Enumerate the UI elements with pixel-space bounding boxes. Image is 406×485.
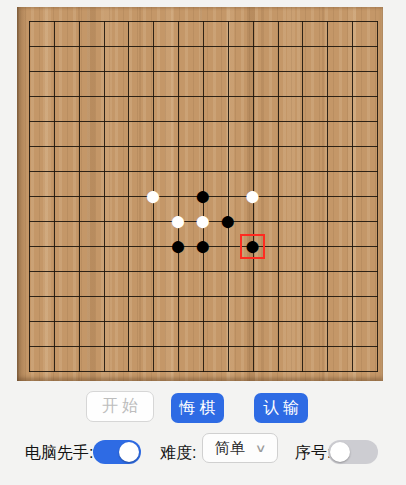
board-cell[interactable] (191, 9, 216, 34)
board-cell[interactable] (166, 284, 191, 309)
board-cell[interactable] (166, 109, 191, 134)
board-cell[interactable] (41, 59, 66, 84)
board-cell[interactable] (240, 9, 265, 34)
board-cell[interactable] (340, 209, 365, 234)
board-cell[interactable] (66, 284, 91, 309)
board-cell[interactable] (17, 209, 41, 234)
board-cell[interactable] (66, 134, 91, 159)
board-cell[interactable] (41, 259, 66, 284)
board-cell[interactable] (91, 109, 116, 134)
board-cell[interactable] (340, 159, 365, 184)
board-cell[interactable] (91, 84, 116, 109)
board-cell[interactable] (215, 234, 240, 259)
board-cell[interactable] (91, 184, 116, 209)
board-cell[interactable] (41, 309, 66, 334)
board-cell[interactable] (141, 234, 166, 259)
board-cell[interactable] (315, 109, 340, 134)
board-cell[interactable]: ● (166, 234, 191, 259)
board-cell[interactable] (17, 34, 41, 59)
board-cell[interactable] (315, 159, 340, 184)
board-cell[interactable] (41, 84, 66, 109)
board-cell[interactable] (365, 234, 383, 259)
board-cell[interactable] (240, 309, 265, 334)
board-cell[interactable] (141, 259, 166, 284)
move-numbers-label: 序号: (295, 443, 331, 464)
board-cell[interactable] (116, 259, 141, 284)
board-cell[interactable] (66, 84, 91, 109)
board-cell[interactable] (17, 134, 41, 159)
board-cell[interactable] (315, 359, 340, 382)
board-cell[interactable] (265, 334, 290, 359)
board-cell[interactable] (191, 34, 216, 59)
board-cell[interactable] (116, 209, 141, 234)
board-cell[interactable] (116, 234, 141, 259)
board-cell[interactable] (17, 334, 41, 359)
board-cell[interactable] (340, 84, 365, 109)
board-cell[interactable] (116, 184, 141, 209)
board-cell[interactable]: ● (191, 234, 216, 259)
board-cell[interactable]: ● (240, 234, 265, 259)
board-cell[interactable] (166, 34, 191, 59)
board-cell[interactable] (191, 109, 216, 134)
black-stone: ● (195, 232, 212, 260)
board-cell[interactable] (17, 184, 41, 209)
toggle-knob (330, 442, 350, 462)
board-cell[interactable] (365, 59, 383, 84)
board-cell[interactable] (315, 209, 340, 234)
board-cell[interactable] (91, 134, 116, 159)
board-cell[interactable] (41, 284, 66, 309)
board-cell[interactable] (166, 334, 191, 359)
board-cell[interactable] (315, 284, 340, 309)
board-cell[interactable] (17, 9, 41, 34)
board-cell[interactable] (116, 109, 141, 134)
board-cell[interactable] (17, 109, 41, 134)
board-cell[interactable] (66, 59, 91, 84)
board-cell[interactable] (340, 184, 365, 209)
board-cell[interactable] (17, 284, 41, 309)
resign-button[interactable]: 认输 (254, 393, 308, 423)
board-cell[interactable] (141, 9, 166, 34)
board-cell[interactable] (215, 259, 240, 284)
board-cell[interactable] (141, 34, 166, 59)
start-button[interactable]: 开始 (86, 391, 154, 422)
board-cell[interactable] (66, 109, 91, 134)
board-cell[interactable] (91, 284, 116, 309)
board-cell[interactable] (41, 159, 66, 184)
board-cell[interactable] (141, 309, 166, 334)
board-cell[interactable] (41, 234, 66, 259)
board-cell[interactable] (290, 309, 315, 334)
board-cell[interactable] (91, 234, 116, 259)
board-cell[interactable] (365, 284, 383, 309)
board-cell[interactable] (240, 109, 265, 134)
computer-first-toggle[interactable] (93, 440, 141, 464)
board-cell[interactable] (265, 309, 290, 334)
undo-button[interactable]: 悔棋 (171, 393, 224, 423)
board-cell[interactable] (91, 334, 116, 359)
black-stone: ● (244, 232, 261, 260)
board-cell[interactable] (17, 59, 41, 84)
board-cell[interactable] (91, 359, 116, 382)
board-cell[interactable] (141, 109, 166, 134)
board-cell[interactable] (66, 334, 91, 359)
board-cell[interactable] (290, 9, 315, 34)
board-cell[interactable] (365, 334, 383, 359)
board-cell[interactable] (290, 209, 315, 234)
board-cell[interactable] (240, 334, 265, 359)
board-cell[interactable] (365, 159, 383, 184)
board-cell[interactable] (265, 34, 290, 59)
board-cell[interactable] (215, 109, 240, 134)
board-cell[interactable] (265, 159, 290, 184)
difficulty-label: 难度: (160, 443, 196, 464)
board-cell[interactable] (365, 134, 383, 159)
difficulty-select[interactable]: 简单 ∨ (202, 433, 278, 463)
board-cell[interactable] (365, 34, 383, 59)
board-cell[interactable] (41, 359, 66, 382)
board-cell[interactable]: ● (215, 209, 240, 234)
board-cell[interactable] (265, 9, 290, 34)
gomoku-app: ●●●●●●●●● 开始 悔棋 认输 电脑先手: 难度: 简单 ∨ 序号: (0, 0, 406, 485)
toggle-knob (119, 442, 139, 462)
board-cell[interactable] (215, 359, 240, 382)
board-cell[interactable] (290, 109, 315, 134)
board-cell[interactable] (290, 159, 315, 184)
board-cell[interactable] (66, 184, 91, 209)
board-cell[interactable] (315, 134, 340, 159)
board-cell[interactable] (91, 259, 116, 284)
board-cell[interactable] (340, 234, 365, 259)
board-cell[interactable] (41, 9, 66, 34)
chevron-down-icon: ∨ (255, 442, 267, 455)
board-cell[interactable] (41, 134, 66, 159)
board-cell[interactable] (265, 359, 290, 382)
board-cell[interactable] (91, 34, 116, 59)
board-cell[interactable] (141, 59, 166, 84)
board-cell[interactable] (290, 84, 315, 109)
board-cell[interactable] (315, 59, 340, 84)
board-cell[interactable] (166, 159, 191, 184)
board-cell[interactable] (17, 359, 41, 382)
board-cell[interactable] (215, 284, 240, 309)
board-cell[interactable] (265, 259, 290, 284)
board-cell[interactable] (365, 259, 383, 284)
board-cell[interactable] (365, 9, 383, 34)
board-cell[interactable] (215, 59, 240, 84)
board-cell[interactable] (240, 259, 265, 284)
board-cell[interactable] (166, 84, 191, 109)
board-cell[interactable] (66, 9, 91, 34)
board-cell[interactable] (116, 59, 141, 84)
board-cell[interactable] (215, 84, 240, 109)
board-cell[interactable] (340, 34, 365, 59)
board-cell[interactable] (116, 284, 141, 309)
board-cell[interactable] (191, 284, 216, 309)
board-cell[interactable] (215, 9, 240, 34)
board-cell[interactable] (116, 84, 141, 109)
board-cell[interactable] (365, 209, 383, 234)
board-cell[interactable] (166, 359, 191, 382)
board-cell[interactable] (240, 84, 265, 109)
board-cell[interactable] (66, 259, 91, 284)
board-cell[interactable] (290, 359, 315, 382)
board-cell[interactable] (265, 109, 290, 134)
board-cell[interactable] (290, 184, 315, 209)
board-cell[interactable] (240, 359, 265, 382)
board-cell[interactable] (340, 9, 365, 34)
board-cell[interactable] (17, 234, 41, 259)
board-cell[interactable] (191, 134, 216, 159)
board-cell[interactable] (116, 159, 141, 184)
board-cell[interactable] (91, 9, 116, 34)
board-cell[interactable] (365, 84, 383, 109)
white-stone: ● (145, 182, 162, 210)
board-cell[interactable] (116, 334, 141, 359)
board-cell[interactable] (66, 159, 91, 184)
board-cell[interactable] (41, 34, 66, 59)
board-cell[interactable] (166, 309, 191, 334)
board-cell[interactable] (41, 209, 66, 234)
board-cell[interactable] (265, 209, 290, 234)
board-cell[interactable] (17, 309, 41, 334)
board-cell[interactable] (340, 259, 365, 284)
board-cell[interactable] (340, 134, 365, 159)
board-cell[interactable] (215, 134, 240, 159)
board-cell[interactable] (17, 159, 41, 184)
board-cell[interactable] (240, 134, 265, 159)
board-cell[interactable] (265, 134, 290, 159)
board-cell[interactable] (116, 134, 141, 159)
board-cell[interactable] (265, 234, 290, 259)
board-cell[interactable] (215, 159, 240, 184)
board-cell[interactable] (116, 309, 141, 334)
board-cell[interactable] (41, 184, 66, 209)
board-cell[interactable] (315, 34, 340, 59)
board-cell[interactable] (91, 309, 116, 334)
board-cell[interactable] (215, 309, 240, 334)
board-cell[interactable] (17, 84, 41, 109)
board-cell[interactable] (240, 284, 265, 309)
board-cell[interactable] (365, 184, 383, 209)
board-cell[interactable] (191, 334, 216, 359)
board-cell[interactable] (365, 309, 383, 334)
board[interactable]: ●●●●●●●●● (17, 7, 383, 381)
board-cell[interactable] (66, 359, 91, 382)
white-stone: ● (244, 182, 261, 210)
board-cell[interactable] (315, 234, 340, 259)
board-cell[interactable] (166, 134, 191, 159)
board-cell[interactable] (265, 184, 290, 209)
board-cell[interactable] (290, 234, 315, 259)
board-cell[interactable] (315, 84, 340, 109)
board-cell[interactable] (191, 84, 216, 109)
board-cell[interactable] (315, 334, 340, 359)
board-cell[interactable]: ● (240, 184, 265, 209)
board-cell[interactable] (41, 109, 66, 134)
move-numbers-toggle[interactable] (328, 440, 378, 464)
board-cell[interactable] (315, 309, 340, 334)
board-cell[interactable] (290, 59, 315, 84)
board-cell[interactable] (240, 59, 265, 84)
board-cell[interactable] (315, 184, 340, 209)
board-cell[interactable] (340, 109, 365, 134)
board-cell[interactable] (290, 134, 315, 159)
board-cell[interactable] (91, 159, 116, 184)
board-cell[interactable] (365, 359, 383, 382)
board-cell[interactable] (340, 359, 365, 382)
board-cell[interactable] (290, 259, 315, 284)
board-cell[interactable] (41, 334, 66, 359)
board-cells: ●●●●●●●●● (17, 9, 383, 382)
board-cell[interactable] (17, 259, 41, 284)
board-cell[interactable] (116, 9, 141, 34)
board-cell[interactable] (340, 284, 365, 309)
board-cell[interactable] (166, 9, 191, 34)
board-cell[interactable] (191, 59, 216, 84)
board-cell[interactable] (116, 359, 141, 382)
board-cell[interactable] (340, 334, 365, 359)
board-cell[interactable] (141, 284, 166, 309)
board-cell[interactable] (215, 334, 240, 359)
board-cell[interactable] (66, 34, 91, 59)
board-cell[interactable] (191, 309, 216, 334)
board-cell[interactable] (290, 334, 315, 359)
board-cell[interactable] (365, 109, 383, 134)
board-cell[interactable] (141, 134, 166, 159)
board-cell[interactable] (340, 309, 365, 334)
board-cell[interactable] (141, 84, 166, 109)
difficulty-selected-value: 简单 (215, 439, 245, 458)
board-cell[interactable] (116, 34, 141, 59)
board-cell[interactable] (315, 9, 340, 34)
board-cell[interactable] (265, 59, 290, 84)
board-cell[interactable] (290, 34, 315, 59)
board-cell[interactable] (66, 309, 91, 334)
board-cell[interactable]: ● (141, 184, 166, 209)
black-stone: ● (219, 207, 236, 235)
board-cell[interactable] (315, 259, 340, 284)
board-cell[interactable] (66, 234, 91, 259)
board-cell[interactable] (290, 284, 315, 309)
board-cell[interactable] (91, 59, 116, 84)
board-cell[interactable] (191, 359, 216, 382)
board-cell[interactable] (265, 84, 290, 109)
computer-first-label: 电脑先手: (25, 443, 93, 464)
board-cell[interactable] (191, 259, 216, 284)
board-cell[interactable] (166, 59, 191, 84)
board-cell[interactable] (141, 359, 166, 382)
board-cell[interactable] (240, 34, 265, 59)
black-stone: ● (170, 232, 187, 260)
board-cell[interactable] (340, 59, 365, 84)
board-cell[interactable] (215, 34, 240, 59)
board-cell[interactable] (141, 209, 166, 234)
board-cell[interactable] (66, 209, 91, 234)
board-cell[interactable] (265, 284, 290, 309)
board-cell[interactable] (166, 259, 191, 284)
board-cell[interactable] (141, 334, 166, 359)
board-cell[interactable] (91, 209, 116, 234)
